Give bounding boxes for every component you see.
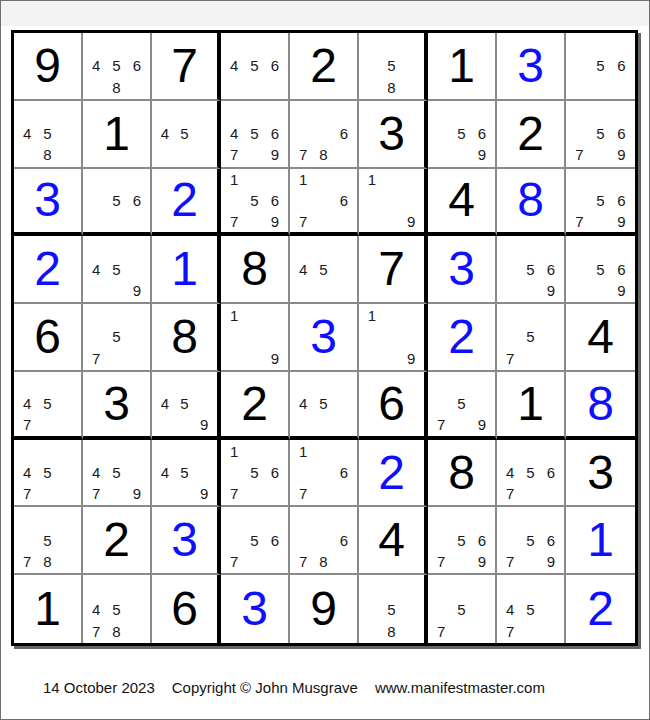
candidate-8: 8 (106, 620, 126, 642)
candidate-7 (569, 77, 590, 98)
candidate-7: 7 (500, 348, 520, 369)
cell-r4c4[interactable]: 8 (221, 236, 290, 304)
footer-copyright: Copyright © John Musgrave (172, 679, 358, 696)
candidate-8 (451, 620, 471, 642)
pencil-marks: 458 (17, 102, 78, 166)
candidate-1 (569, 102, 590, 123)
candidate-5: 5 (106, 259, 126, 280)
candidate-8 (244, 551, 264, 572)
candidate-2 (382, 34, 402, 55)
solved-digit: 2 (587, 585, 614, 633)
candidate-6: 6 (265, 55, 285, 76)
candidate-3 (58, 441, 78, 462)
cell-r5c9[interactable]: 4 (566, 304, 635, 372)
candidate-3 (611, 170, 632, 191)
pencil-marks: 567 (224, 508, 285, 572)
cell-r7c4[interactable]: 1567 (221, 440, 290, 508)
candidate-1 (293, 373, 313, 394)
candidate-4: 4 (155, 462, 175, 483)
pencil-marks: 5679 (569, 170, 632, 232)
candidate-7 (155, 483, 175, 504)
candidate-3 (472, 102, 492, 123)
cell-r2c2[interactable]: 1 (83, 101, 152, 169)
candidate-5 (313, 190, 333, 211)
candidate-7: 7 (86, 483, 106, 504)
pencil-marks: 4578 (86, 576, 147, 642)
candidate-9: 9 (194, 483, 214, 504)
cell-r3c7[interactable]: 4 (428, 169, 497, 237)
candidate-9 (334, 414, 354, 435)
candidate-8 (520, 551, 540, 572)
cell-r3c4[interactable]: 15679 (221, 169, 290, 237)
candidate-1 (362, 34, 382, 55)
candidate-1: 1 (224, 170, 244, 191)
candidate-1 (155, 373, 175, 394)
cell-r4c2[interactable]: 459 (83, 236, 152, 304)
solved-digit: 3 (34, 176, 61, 224)
candidate-7 (86, 77, 106, 98)
candidate-3 (265, 170, 285, 191)
candidate-3 (472, 373, 492, 394)
given-digit: 9 (310, 585, 337, 633)
candidate-8 (175, 144, 195, 165)
candidate-4 (293, 462, 313, 483)
pencil-marks: 45 (293, 373, 354, 435)
candidate-4 (431, 598, 451, 620)
candidate-1 (500, 305, 520, 326)
candidate-5 (313, 530, 333, 551)
cell-r4c9[interactable]: 569 (566, 236, 635, 304)
candidate-2 (106, 237, 126, 258)
candidate-6 (401, 598, 421, 620)
candidate-3 (472, 576, 492, 598)
candidate-3 (541, 508, 561, 529)
candidate-2 (313, 237, 333, 258)
candidate-6 (541, 326, 561, 347)
candidate-1 (86, 305, 106, 326)
cell-r9c5[interactable]: 9 (290, 575, 359, 643)
given-digit: 4 (378, 516, 405, 564)
candidate-5: 5 (590, 123, 611, 144)
candidate-4: 4 (17, 123, 37, 144)
cell-r2c4[interactable]: 45679 (221, 101, 290, 169)
candidate-1 (500, 441, 520, 462)
candidate-5: 5 (520, 530, 540, 551)
given-digit: 2 (241, 380, 268, 428)
cell-r7c8[interactable]: 4567 (497, 440, 566, 508)
pencil-marks: 459 (86, 237, 147, 301)
cell-r6c7[interactable]: 579 (428, 372, 497, 440)
cell-r5c3[interactable]: 8 (152, 304, 221, 372)
cell-r8c5[interactable]: 678 (290, 507, 359, 575)
cell-r4c7[interactable]: 3 (428, 236, 497, 304)
candidate-6: 6 (541, 462, 561, 483)
candidate-5 (313, 123, 333, 144)
cell-r8c4[interactable]: 567 (221, 507, 290, 575)
candidate-8 (313, 483, 333, 504)
candidate-7: 7 (293, 144, 313, 165)
cell-r8c1[interactable]: 578 (14, 507, 83, 575)
cell-r5c5[interactable]: 3 (290, 304, 359, 372)
candidate-7 (362, 77, 382, 98)
candidate-7: 7 (431, 414, 451, 435)
candidate-3 (334, 441, 354, 462)
candidate-1 (431, 508, 451, 529)
cell-r6c2[interactable]: 3 (83, 372, 152, 440)
candidate-2 (451, 508, 471, 529)
pencil-marks: 4568 (86, 34, 147, 98)
candidate-9: 9 (265, 348, 285, 369)
pencil-marks: 5679 (569, 102, 632, 166)
candidate-6: 6 (127, 190, 147, 211)
candidate-4 (17, 530, 37, 551)
cell-r4c6[interactable]: 7 (359, 236, 428, 304)
given-digit: 3 (378, 110, 405, 158)
cell-r6c5[interactable]: 45 (290, 372, 359, 440)
candidate-5: 5 (382, 598, 402, 620)
cell-r9c1[interactable]: 1 (14, 575, 83, 643)
cell-r8c3[interactable]: 3 (152, 507, 221, 575)
cell-r7c2[interactable]: 4579 (83, 440, 152, 508)
candidate-1 (17, 441, 37, 462)
candidate-8 (590, 144, 611, 165)
candidate-2 (451, 102, 471, 123)
candidate-9: 9 (194, 414, 214, 435)
candidate-7: 7 (431, 620, 451, 642)
candidate-8 (37, 483, 57, 504)
cell-r4c8[interactable]: 569 (497, 236, 566, 304)
cell-r3c9[interactable]: 5679 (566, 169, 635, 237)
solved-digit: 2 (34, 245, 61, 293)
candidate-3 (541, 441, 561, 462)
cell-r9c2[interactable]: 4578 (83, 575, 152, 643)
cell-r1c7[interactable]: 1 (428, 33, 497, 101)
cell-r7c3[interactable]: 459 (152, 440, 221, 508)
candidate-4: 4 (293, 393, 313, 414)
candidate-1: 1 (362, 305, 382, 326)
pencil-marks: 1567 (224, 441, 285, 505)
pencil-marks: 4567 (500, 441, 561, 505)
cell-r8c8[interactable]: 5679 (497, 507, 566, 575)
candidate-7: 7 (17, 551, 37, 572)
candidate-2 (382, 170, 402, 191)
given-digit: 1 (103, 110, 130, 158)
cell-r3c3[interactable]: 2 (152, 169, 221, 237)
sudoku-board: 9456874562581356458145456796783569256793… (11, 30, 638, 646)
candidate-5: 5 (37, 462, 57, 483)
candidate-8 (520, 620, 540, 642)
candidate-5: 5 (451, 598, 471, 620)
candidate-4 (431, 123, 451, 144)
candidate-9 (472, 620, 492, 642)
candidate-7: 7 (293, 211, 313, 232)
candidate-7 (293, 414, 313, 435)
candidate-8 (590, 211, 611, 232)
candidate-9 (401, 77, 421, 98)
candidate-8: 8 (106, 77, 126, 98)
cell-r1c2[interactable]: 4568 (83, 33, 152, 101)
candidate-9 (127, 77, 147, 98)
cell-r8c2[interactable]: 2 (83, 507, 152, 575)
candidate-1: 1 (293, 170, 313, 191)
pencil-marks: 5679 (500, 508, 561, 572)
candidate-5 (313, 462, 333, 483)
pencil-marks: 19 (224, 305, 285, 369)
cell-r7c6[interactable]: 2 (359, 440, 428, 508)
pencil-marks: 57 (431, 576, 492, 642)
cell-r7c5[interactable]: 167 (290, 440, 359, 508)
candidate-1 (155, 441, 175, 462)
candidate-3 (265, 102, 285, 123)
candidate-9 (194, 144, 214, 165)
candidate-6 (334, 259, 354, 280)
cell-r5c8[interactable]: 57 (497, 304, 566, 372)
candidate-5: 5 (590, 190, 611, 211)
candidate-4: 4 (500, 598, 520, 620)
cell-r2c5[interactable]: 678 (290, 101, 359, 169)
pencil-marks: 167 (293, 441, 354, 505)
candidate-1 (224, 102, 244, 123)
candidate-5: 5 (244, 462, 264, 483)
candidate-5: 5 (520, 598, 540, 620)
candidate-6: 6 (265, 462, 285, 483)
cell-r9c6[interactable]: 58 (359, 575, 428, 643)
candidate-4 (500, 259, 520, 280)
sudoku-page: 9456874562581356458145456796783569256793… (0, 0, 650, 720)
candidate-5 (244, 326, 264, 347)
candidate-7 (155, 414, 175, 435)
candidate-8 (382, 348, 402, 369)
cell-r9c8[interactable]: 457 (497, 575, 566, 643)
candidate-1 (86, 170, 106, 191)
solved-digit: 1 (587, 516, 614, 564)
candidate-7: 7 (293, 551, 313, 572)
candidate-2 (451, 576, 471, 598)
candidate-8 (313, 414, 333, 435)
candidate-1 (17, 508, 37, 529)
cell-r5c6[interactable]: 19 (359, 304, 428, 372)
candidate-5: 5 (244, 55, 264, 76)
cell-r6c6[interactable]: 6 (359, 372, 428, 440)
cell-r6c1[interactable]: 457 (14, 372, 83, 440)
candidate-7: 7 (500, 483, 520, 504)
candidate-4: 4 (224, 123, 244, 144)
given-digit: 4 (587, 313, 614, 361)
candidate-7: 7 (17, 483, 37, 504)
cell-r9c9[interactable]: 2 (566, 575, 635, 643)
candidate-1 (569, 170, 590, 191)
candidate-5: 5 (520, 462, 540, 483)
cell-r3c8[interactable]: 8 (497, 169, 566, 237)
cell-r3c2[interactable]: 56 (83, 169, 152, 237)
candidate-2 (244, 441, 264, 462)
given-digit: 8 (241, 245, 268, 293)
candidate-8: 8 (37, 144, 57, 165)
candidate-5: 5 (37, 123, 57, 144)
candidate-6 (401, 190, 421, 211)
candidate-7 (155, 144, 175, 165)
candidate-7: 7 (293, 483, 313, 504)
candidate-3 (401, 576, 421, 598)
candidate-1 (362, 576, 382, 598)
solved-digit: 2 (378, 449, 405, 497)
solved-digit: 2 (448, 313, 475, 361)
candidate-9 (127, 211, 147, 232)
pencil-marks: 569 (500, 237, 561, 301)
cell-r6c9[interactable]: 8 (566, 372, 635, 440)
candidate-5: 5 (244, 190, 264, 211)
cell-r2c6[interactable]: 3 (359, 101, 428, 169)
candidate-6: 6 (334, 190, 354, 211)
candidate-4: 4 (86, 55, 106, 76)
candidate-9 (127, 348, 147, 369)
candidate-5: 5 (106, 326, 126, 347)
candidate-9 (334, 144, 354, 165)
candidate-4 (224, 530, 244, 551)
candidate-9: 9 (541, 551, 561, 572)
cell-r6c4[interactable]: 2 (221, 372, 290, 440)
cell-r5c2[interactable]: 57 (83, 304, 152, 372)
candidate-6 (127, 326, 147, 347)
candidate-6 (58, 462, 78, 483)
candidate-5: 5 (520, 326, 540, 347)
cell-r7c9[interactable]: 3 (566, 440, 635, 508)
top-band (1, 1, 649, 26)
candidate-4: 4 (86, 259, 106, 280)
candidate-3 (127, 34, 147, 55)
candidate-2 (106, 305, 126, 326)
candidate-7 (500, 280, 520, 301)
candidate-7: 7 (431, 551, 451, 572)
cell-r1c5[interactable]: 2 (290, 33, 359, 101)
cell-r5c4[interactable]: 19 (221, 304, 290, 372)
candidate-7 (86, 280, 106, 301)
candidate-3 (265, 508, 285, 529)
candidate-4 (362, 190, 382, 211)
candidate-4 (86, 190, 106, 211)
candidate-9: 9 (611, 280, 632, 301)
cell-r1c8[interactable]: 3 (497, 33, 566, 101)
candidate-5 (382, 190, 402, 211)
pencil-marks: 457 (17, 373, 78, 435)
candidate-9 (265, 483, 285, 504)
cell-r3c5[interactable]: 167 (290, 169, 359, 237)
cell-r9c7[interactable]: 57 (428, 575, 497, 643)
cell-r2c9[interactable]: 5679 (566, 101, 635, 169)
given-digit: 1 (517, 380, 544, 428)
cell-r1c3[interactable]: 7 (152, 33, 221, 101)
cell-r3c6[interactable]: 19 (359, 169, 428, 237)
candidate-6 (58, 530, 78, 551)
candidate-8 (382, 211, 402, 232)
cell-r1c9[interactable]: 56 (566, 33, 635, 101)
candidate-4: 4 (17, 462, 37, 483)
cell-r2c8[interactable]: 2 (497, 101, 566, 169)
cell-r6c8[interactable]: 1 (497, 372, 566, 440)
candidate-6: 6 (334, 530, 354, 551)
candidate-4 (224, 326, 244, 347)
cell-r8c7[interactable]: 5679 (428, 507, 497, 575)
cell-r2c3[interactable]: 45 (152, 101, 221, 169)
cell-r4c5[interactable]: 45 (290, 236, 359, 304)
candidate-9 (265, 551, 285, 572)
solved-digit: 3 (171, 516, 198, 564)
candidate-2 (175, 441, 195, 462)
candidate-6: 6 (611, 259, 632, 280)
cell-r5c7[interactable]: 2 (428, 304, 497, 372)
cell-r4c3[interactable]: 1 (152, 236, 221, 304)
pencil-marks: 56 (86, 170, 147, 232)
cell-r1c6[interactable]: 58 (359, 33, 428, 101)
candidate-8: 8 (37, 551, 57, 572)
candidate-5: 5 (244, 530, 264, 551)
candidate-1 (500, 237, 520, 258)
candidate-9: 9 (127, 280, 147, 301)
cell-r5c1[interactable]: 6 (14, 304, 83, 372)
pencil-marks: 58 (362, 576, 421, 642)
candidate-6: 6 (541, 530, 561, 551)
candidate-7: 7 (224, 551, 244, 572)
pencil-marks: 459 (155, 373, 214, 435)
candidate-5: 5 (451, 530, 471, 551)
candidate-7 (431, 144, 451, 165)
candidate-7 (569, 280, 590, 301)
candidate-4 (431, 393, 451, 414)
solved-digit: 3 (310, 313, 337, 361)
given-digit: 1 (34, 585, 61, 633)
candidate-2 (520, 576, 540, 598)
cell-r9c3[interactable]: 6 (152, 575, 221, 643)
cell-r8c6[interactable]: 4 (359, 507, 428, 575)
candidate-3 (334, 102, 354, 123)
solved-digit: 3 (241, 585, 268, 633)
candidate-7 (17, 144, 37, 165)
candidate-5: 5 (244, 123, 264, 144)
candidate-7 (86, 211, 106, 232)
pencil-marks: 579 (431, 373, 492, 435)
cell-r7c7[interactable]: 8 (428, 440, 497, 508)
cell-r3c1[interactable]: 3 (14, 169, 83, 237)
cell-r4c1[interactable]: 2 (14, 236, 83, 304)
cell-r2c7[interactable]: 569 (428, 101, 497, 169)
cell-r1c4[interactable]: 456 (221, 33, 290, 101)
candidate-1 (86, 237, 106, 258)
pencil-marks: 678 (293, 102, 354, 166)
cell-r8c9[interactable]: 1 (566, 507, 635, 575)
candidate-5: 5 (106, 462, 126, 483)
cell-r6c3[interactable]: 459 (152, 372, 221, 440)
candidate-1 (86, 576, 106, 598)
given-digit: 6 (378, 380, 405, 428)
cell-r9c4[interactable]: 3 (221, 575, 290, 643)
candidate-3 (127, 441, 147, 462)
candidate-4 (362, 326, 382, 347)
candidate-4: 4 (155, 393, 175, 414)
candidate-9: 9 (265, 144, 285, 165)
candidate-8 (590, 280, 611, 301)
candidate-8: 8 (313, 551, 333, 572)
candidate-4 (224, 462, 244, 483)
candidate-2 (590, 237, 611, 258)
cell-r2c1[interactable]: 458 (14, 101, 83, 169)
candidate-6 (472, 598, 492, 620)
candidate-4 (224, 190, 244, 211)
cell-r1c1[interactable]: 9 (14, 33, 83, 101)
pencil-marks: 459 (155, 441, 214, 505)
candidate-6: 6 (334, 123, 354, 144)
cell-r7c1[interactable]: 457 (14, 440, 83, 508)
candidate-7: 7 (17, 414, 37, 435)
